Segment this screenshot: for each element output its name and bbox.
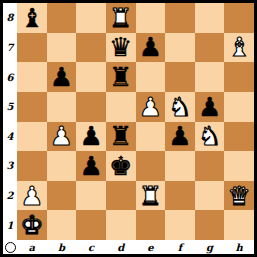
square-g5[interactable]: ♟ [195, 92, 225, 122]
square-b4[interactable]: ♟ [47, 122, 77, 152]
square-f8[interactable] [165, 3, 195, 33]
file-label-h: h [224, 240, 254, 254]
rank-label-4: 4 [3, 122, 17, 152]
square-c8[interactable] [76, 3, 106, 33]
piece-black-rook: ♜ [109, 64, 132, 90]
square-g1[interactable] [195, 210, 225, 240]
square-b7[interactable] [47, 33, 77, 63]
square-c3[interactable]: ♟ [76, 151, 106, 181]
rank-label-3: 3 [3, 151, 17, 181]
square-g2[interactable] [195, 181, 225, 211]
piece-white-rook: ♜ [109, 5, 132, 31]
square-h4[interactable] [224, 122, 254, 152]
white-to-move-circle [5, 242, 16, 253]
file-label-b: b [47, 240, 77, 254]
square-e8[interactable] [136, 3, 166, 33]
square-e3[interactable] [136, 151, 166, 181]
square-d1[interactable] [106, 210, 136, 240]
square-f4[interactable]: ♟ [165, 122, 195, 152]
square-b1[interactable] [47, 210, 77, 240]
square-d4[interactable]: ♜ [106, 122, 136, 152]
piece-black-queen: ♛ [109, 34, 132, 60]
piece-black-pawn: ♟ [168, 123, 191, 149]
square-h6[interactable] [224, 62, 254, 92]
piece-black-pawn: ♟ [198, 94, 221, 120]
piece-white-knight: ♞ [198, 123, 221, 149]
square-g6[interactable] [195, 62, 225, 92]
square-h8[interactable] [224, 3, 254, 33]
square-f1[interactable] [165, 210, 195, 240]
square-b5[interactable] [47, 92, 77, 122]
square-d6[interactable]: ♜ [106, 62, 136, 92]
square-d8[interactable]: ♜ [106, 3, 136, 33]
square-c7[interactable] [76, 33, 106, 63]
square-b8[interactable] [47, 3, 77, 33]
square-a8[interactable]: ♝ [17, 3, 47, 33]
square-b6[interactable]: ♟ [47, 62, 77, 92]
square-d7[interactable]: ♛ [106, 33, 136, 63]
file-label-g: g [195, 240, 225, 254]
file-label-c: c [76, 240, 106, 254]
file-labels: abcdefgh [17, 240, 254, 254]
square-a2[interactable]: ♟ [17, 181, 47, 211]
rank-label-7: 7 [3, 33, 17, 63]
square-g8[interactable] [195, 3, 225, 33]
square-a1[interactable]: ♚ [17, 210, 47, 240]
square-f2[interactable] [165, 181, 195, 211]
square-e4[interactable] [136, 122, 166, 152]
square-f7[interactable] [165, 33, 195, 63]
square-h5[interactable] [224, 92, 254, 122]
board-grid: ♝♜♛♟♝♟♜♟♞♟♟♟♜♟♞♟♚♟♜♛♚ [17, 3, 254, 240]
square-c2[interactable] [76, 181, 106, 211]
square-e7[interactable]: ♟ [136, 33, 166, 63]
square-c6[interactable] [76, 62, 106, 92]
square-e5[interactable]: ♟ [136, 92, 166, 122]
square-a3[interactable] [17, 151, 47, 181]
file-label-d: d [106, 240, 136, 254]
rank-label-2: 2 [3, 181, 17, 211]
piece-black-pawn: ♟ [79, 153, 102, 179]
piece-black-pawn: ♟ [79, 123, 102, 149]
file-label-f: f [165, 240, 195, 254]
rank-labels: 87654321 [3, 3, 17, 240]
square-a4[interactable] [17, 122, 47, 152]
file-label-a: a [17, 240, 47, 254]
square-h7[interactable]: ♝ [224, 33, 254, 63]
square-b3[interactable] [47, 151, 77, 181]
piece-black-pawn: ♟ [139, 34, 162, 60]
square-d2[interactable] [106, 181, 136, 211]
piece-black-bishop: ♝ [20, 5, 43, 31]
piece-black-king: ♚ [109, 153, 132, 179]
square-f3[interactable] [165, 151, 195, 181]
piece-white-rook: ♜ [139, 183, 162, 209]
piece-black-pawn: ♟ [50, 64, 73, 90]
piece-white-pawn: ♟ [20, 183, 43, 209]
piece-white-pawn: ♟ [139, 94, 162, 120]
square-c4[interactable]: ♟ [76, 122, 106, 152]
turn-indicator [3, 240, 17, 254]
square-e2[interactable]: ♜ [136, 181, 166, 211]
square-f6[interactable] [165, 62, 195, 92]
square-a6[interactable] [17, 62, 47, 92]
piece-black-rook: ♜ [109, 123, 132, 149]
square-c1[interactable] [76, 210, 106, 240]
square-d5[interactable] [106, 92, 136, 122]
piece-white-knight: ♞ [168, 94, 191, 120]
piece-white-bishop: ♝ [228, 34, 251, 60]
piece-white-pawn: ♟ [50, 123, 73, 149]
square-h2[interactable]: ♛ [224, 181, 254, 211]
square-f5[interactable]: ♞ [165, 92, 195, 122]
square-d3[interactable]: ♚ [106, 151, 136, 181]
square-a5[interactable] [17, 92, 47, 122]
square-h3[interactable] [224, 151, 254, 181]
square-e6[interactable] [136, 62, 166, 92]
file-label-e: e [136, 240, 166, 254]
chess-diagram: 87654321 ♝♜♛♟♝♟♜♟♞♟♟♟♜♟♞♟♚♟♜♛♚ abcdefgh [0, 0, 257, 257]
piece-white-queen: ♛ [228, 183, 251, 209]
square-c5[interactable] [76, 92, 106, 122]
square-h1[interactable] [224, 210, 254, 240]
rank-label-8: 8 [3, 3, 17, 33]
square-e1[interactable] [136, 210, 166, 240]
square-b2[interactable] [47, 181, 77, 211]
rank-label-1: 1 [3, 210, 17, 240]
piece-white-king: ♚ [20, 212, 43, 238]
square-g7[interactable] [195, 33, 225, 63]
square-g3[interactable] [195, 151, 225, 181]
rank-label-5: 5 [3, 92, 17, 122]
rank-label-6: 6 [3, 62, 17, 92]
square-a7[interactable] [17, 33, 47, 63]
square-g4[interactable]: ♞ [195, 122, 225, 152]
